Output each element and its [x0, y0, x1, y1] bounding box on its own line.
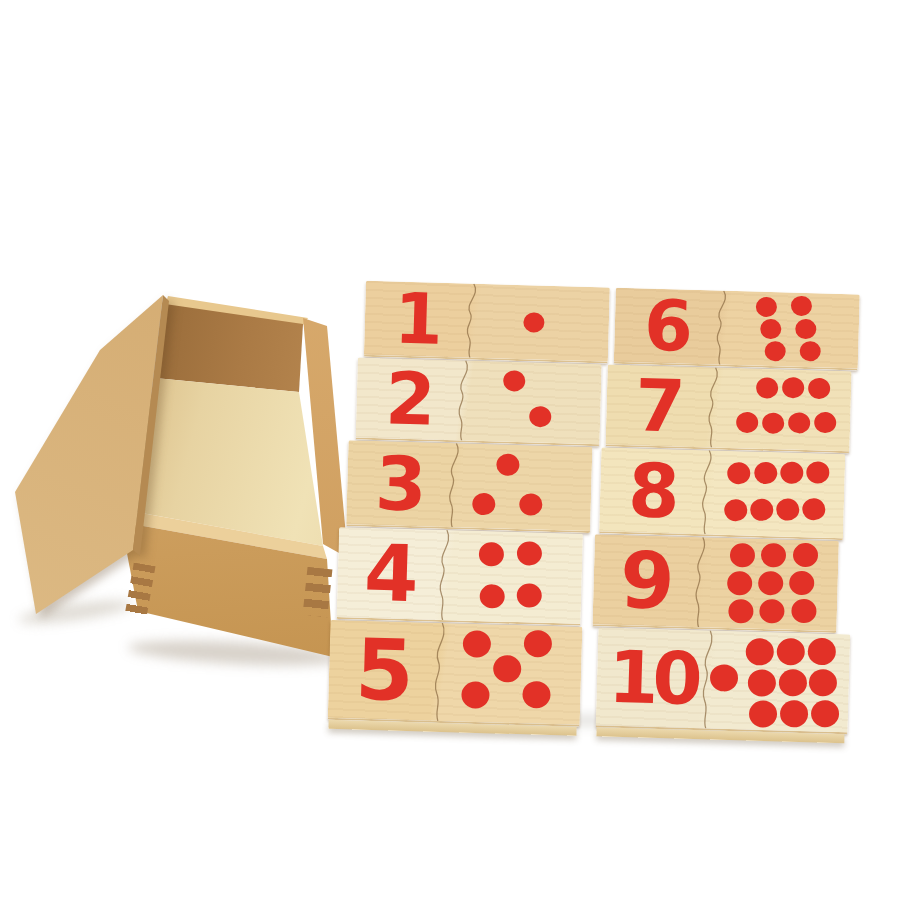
numeral-2: 2 [356, 358, 466, 441]
puzzle-row-5: 5 10 [328, 620, 861, 733]
finger-joint-right [303, 567, 333, 617]
dots-1 [476, 284, 602, 361]
puzzle-row-1: 1 6 [338, 280, 870, 369]
count-dot [462, 630, 491, 658]
puzzle-pair-2[interactable]: 2 [356, 358, 602, 447]
count-dot [727, 571, 753, 596]
count-dot [519, 493, 543, 516]
count-dot [730, 543, 756, 568]
count-dot [492, 655, 521, 683]
puzzle-row-2: 2 7 [336, 357, 868, 452]
numeral-7: 7 [606, 365, 716, 448]
dots-2 [468, 361, 595, 444]
count-dot [799, 341, 821, 362]
count-dot [807, 637, 836, 665]
wooden-storage-box[interactable] [105, 288, 365, 680]
count-dot [778, 669, 807, 697]
count-dot [760, 599, 786, 624]
puzzle-pair-4[interactable]: 4 [337, 527, 583, 626]
count-dot [516, 583, 542, 608]
count-dot [791, 599, 817, 624]
count-dot [809, 669, 838, 697]
dots-7 [718, 368, 845, 451]
count-dot [749, 700, 778, 728]
dots-4 [449, 530, 576, 623]
count-dot [524, 312, 546, 333]
puzzle-pair-5[interactable]: 5 [328, 620, 583, 727]
count-dot [761, 543, 787, 568]
count-dot [806, 461, 830, 484]
dots-9 [705, 537, 832, 630]
count-dot [802, 498, 826, 521]
product-photo-scene: 1 6 2 7 3 [0, 0, 900, 900]
count-dot [503, 370, 526, 392]
puzzle-pair-3[interactable]: 3 [346, 440, 592, 533]
count-dot [736, 412, 759, 434]
count-dot [788, 412, 811, 434]
count-dot [472, 493, 496, 516]
count-dot [790, 296, 812, 317]
puzzle-board: 1 6 2 7 3 [328, 280, 870, 741]
count-dot [811, 700, 840, 728]
dots-5 [444, 623, 575, 725]
numeral-10: 10 [596, 627, 710, 728]
puzzle-row-4: 4 9 [331, 527, 863, 632]
count-dot [747, 669, 776, 697]
count-dot [782, 377, 805, 399]
numeral-6: 6 [614, 288, 723, 365]
count-dot [728, 599, 754, 624]
count-dot [755, 296, 777, 317]
count-dot [808, 377, 831, 399]
count-dot [524, 629, 553, 657]
count-dot [750, 499, 774, 522]
numeral-8: 8 [599, 447, 709, 534]
count-dot [479, 584, 505, 609]
count-dot [496, 454, 520, 477]
numeral-9: 9 [592, 534, 702, 627]
count-dot [780, 462, 804, 485]
count-dot [780, 700, 809, 728]
dots-3 [458, 443, 585, 530]
count-dot [753, 462, 777, 485]
count-dot [760, 319, 782, 340]
count-dot [516, 541, 542, 566]
count-dot [776, 498, 800, 521]
count-dot [523, 680, 552, 708]
count-dot [746, 638, 775, 666]
puzzle-pair-10[interactable]: 10 [596, 627, 851, 734]
puzzle-pair-7[interactable]: 7 [605, 365, 851, 454]
puzzle-pair-8[interactable]: 8 [599, 447, 845, 540]
puzzle-row-3: 3 8 [333, 440, 865, 539]
count-dot [461, 681, 490, 709]
count-dot [727, 462, 751, 485]
count-dot [795, 318, 817, 339]
numeral-1: 1 [364, 281, 473, 358]
count-dot [758, 571, 784, 596]
dots-10 [712, 631, 843, 733]
numeral-5: 5 [328, 620, 442, 721]
count-dot [789, 571, 815, 596]
numeral-3: 3 [346, 440, 456, 527]
count-dot [776, 637, 805, 665]
puzzle-pair-9[interactable]: 9 [592, 534, 838, 633]
dots-6 [726, 291, 852, 368]
count-dot [710, 664, 739, 692]
count-dot [792, 543, 818, 568]
count-dot [724, 499, 748, 522]
count-dot [755, 377, 778, 399]
numeral-4: 4 [337, 527, 447, 620]
count-dot [762, 412, 785, 434]
count-dot [814, 412, 837, 434]
dots-8 [711, 450, 838, 537]
count-dot [764, 341, 786, 362]
puzzle-pair-6[interactable]: 6 [614, 288, 860, 371]
count-dot [529, 406, 552, 428]
puzzle-pair-1[interactable]: 1 [364, 281, 610, 364]
count-dot [479, 541, 505, 566]
